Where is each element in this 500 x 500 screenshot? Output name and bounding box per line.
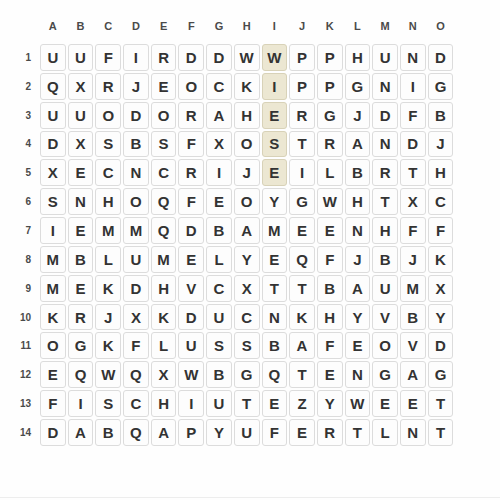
cell-K4[interactable]: R [317, 131, 343, 158]
cell-D8[interactable]: U [123, 246, 149, 273]
cell-G8[interactable]: L [206, 246, 232, 273]
cell-D1[interactable]: I [123, 44, 149, 71]
column-header-A: A [39, 14, 67, 38]
cell-D11[interactable]: F [123, 332, 149, 359]
row-label-7: 7 [10, 216, 36, 245]
cell-H2[interactable]: K [234, 73, 260, 100]
cell-I2[interactable]: I [262, 73, 288, 100]
cell-E11[interactable]: L [151, 332, 177, 359]
cell-L4[interactable]: A [345, 131, 371, 158]
cell-M3[interactable]: D [372, 102, 398, 129]
cell-K13[interactable]: Y [317, 390, 343, 417]
cell-L7[interactable]: N [345, 217, 371, 244]
cell-C14[interactable]: B [95, 419, 121, 446]
row-label-2: 2 [10, 72, 36, 101]
cell-A11[interactable]: O [40, 332, 66, 359]
cell-L8[interactable]: J [345, 246, 371, 273]
cell-D2[interactable]: J [123, 73, 149, 100]
cell-F13[interactable]: I [178, 390, 204, 417]
cell-O7[interactable]: F [428, 217, 454, 244]
cell-C11[interactable]: K [95, 332, 121, 359]
cell-M13[interactable]: E [372, 390, 398, 417]
cell-O13[interactable]: T [428, 390, 454, 417]
cell-F12[interactable]: W [178, 361, 204, 388]
column-header-D: D [122, 14, 150, 38]
cell-A13[interactable]: F [40, 390, 66, 417]
cell-H7[interactable]: A [234, 217, 260, 244]
cell-O10[interactable]: Y [428, 304, 454, 331]
column-header-F: F [177, 14, 205, 38]
cell-N14[interactable]: N [400, 419, 426, 446]
cell-F3[interactable]: R [178, 102, 204, 129]
cell-C6[interactable]: H [95, 188, 121, 215]
cell-F8[interactable]: E [178, 246, 204, 273]
cell-L13[interactable]: W [345, 390, 371, 417]
cell-B4[interactable]: X [68, 131, 94, 158]
cell-G11[interactable]: S [206, 332, 232, 359]
cell-M2[interactable]: N [372, 73, 398, 100]
cell-O14[interactable]: T [428, 419, 454, 446]
cell-M4[interactable]: N [372, 131, 398, 158]
cell-O5[interactable]: H [428, 159, 454, 186]
row-label-11: 11 [10, 331, 36, 360]
cell-O3[interactable]: B [428, 102, 454, 129]
cell-E3[interactable]: O [151, 102, 177, 129]
cell-K2[interactable]: P [317, 73, 343, 100]
cell-K14[interactable]: R [317, 419, 343, 446]
cell-A14[interactable]: D [40, 419, 66, 446]
cell-I11[interactable]: B [262, 332, 288, 359]
cell-H14[interactable]: U [234, 419, 260, 446]
cell-G3[interactable]: A [206, 102, 232, 129]
cell-N11[interactable]: V [400, 332, 426, 359]
cell-H6[interactable]: O [234, 188, 260, 215]
cell-I3[interactable]: E [262, 102, 288, 129]
cell-H10[interactable]: C [234, 304, 260, 331]
column-header-C: C [94, 14, 122, 38]
cell-J10[interactable]: K [289, 304, 315, 331]
cell-L14[interactable]: T [345, 419, 371, 446]
cell-B6[interactable]: N [68, 188, 94, 215]
cell-A12[interactable]: E [40, 361, 66, 388]
cell-D9[interactable]: D [123, 275, 149, 302]
cell-A1[interactable]: U [40, 44, 66, 71]
cell-F6[interactable]: F [178, 188, 204, 215]
cell-B3[interactable]: U [68, 102, 94, 129]
cell-O6[interactable]: C [428, 188, 454, 215]
cell-F10[interactable]: D [178, 304, 204, 331]
cell-M7[interactable]: H [372, 217, 398, 244]
cell-B1[interactable]: U [68, 44, 94, 71]
cell-E8[interactable]: M [151, 246, 177, 273]
cell-L12[interactable]: N [345, 361, 371, 388]
cell-L6[interactable]: H [345, 188, 371, 215]
cell-I12[interactable]: Q [262, 361, 288, 388]
cell-C2[interactable]: R [95, 73, 121, 100]
cell-B9[interactable]: E [68, 275, 94, 302]
row-labels: 1234567891011121314 [10, 43, 36, 447]
cell-G1[interactable]: D [206, 44, 232, 71]
cell-O1[interactable]: D [428, 44, 454, 71]
cell-H13[interactable]: T [234, 390, 260, 417]
cell-K5[interactable]: L [317, 159, 343, 186]
cell-I14[interactable]: F [262, 419, 288, 446]
cell-F4[interactable]: F [178, 131, 204, 158]
cell-A9[interactable]: M [40, 275, 66, 302]
cell-F2[interactable]: O [178, 73, 204, 100]
row-label-10: 10 [10, 303, 36, 332]
cell-E14[interactable]: A [151, 419, 177, 446]
cell-J2[interactable]: P [289, 73, 315, 100]
cell-O12[interactable]: G [428, 361, 454, 388]
cell-M14[interactable]: L [372, 419, 398, 446]
row-label-13: 13 [10, 389, 36, 418]
cell-I6[interactable]: Y [262, 188, 288, 215]
cell-B10[interactable]: R [68, 304, 94, 331]
row-label-12: 12 [10, 360, 36, 389]
column-headers: ABCDEFGHIJKLMNO [39, 14, 454, 38]
cell-A7[interactable]: I [40, 217, 66, 244]
cell-A10[interactable]: K [40, 304, 66, 331]
word-search-board: ABCDEFGHIJKLMNO 1234567891011121314 UUFI… [0, 0, 500, 500]
cell-E7[interactable]: Q [151, 217, 177, 244]
cell-J4[interactable]: T [289, 131, 315, 158]
cell-D7[interactable]: M [123, 217, 149, 244]
cell-H9[interactable]: X [234, 275, 260, 302]
cell-M5[interactable]: R [372, 159, 398, 186]
cell-H12[interactable]: G [234, 361, 260, 388]
cell-D6[interactable]: O [123, 188, 149, 215]
cell-J9[interactable]: T [289, 275, 315, 302]
cell-K10[interactable]: H [317, 304, 343, 331]
cell-J12[interactable]: T [289, 361, 315, 388]
cell-I4[interactable]: S [262, 131, 288, 158]
cell-N7[interactable]: F [400, 217, 426, 244]
cell-J5[interactable]: I [289, 159, 315, 186]
cell-J3[interactable]: R [289, 102, 315, 129]
cell-I1[interactable]: W [262, 44, 288, 71]
column-header-B: B [67, 14, 95, 38]
cell-L10[interactable]: Y [345, 304, 371, 331]
cell-E13[interactable]: H [151, 390, 177, 417]
cell-A5[interactable]: X [40, 159, 66, 186]
cell-O11[interactable]: D [428, 332, 454, 359]
cell-D14[interactable]: Q [123, 419, 149, 446]
cell-B14[interactable]: A [68, 419, 94, 446]
cell-F11[interactable]: U [178, 332, 204, 359]
cell-M8[interactable]: B [372, 246, 398, 273]
cell-C7[interactable]: M [95, 217, 121, 244]
cell-L5[interactable]: B [345, 159, 371, 186]
cell-O4[interactable]: J [428, 131, 454, 158]
cell-J11[interactable]: A [289, 332, 315, 359]
cell-D13[interactable]: C [123, 390, 149, 417]
cell-M6[interactable]: T [372, 188, 398, 215]
cell-J1[interactable]: P [289, 44, 315, 71]
cell-A8[interactable]: M [40, 246, 66, 273]
cell-N2[interactable]: I [400, 73, 426, 100]
column-header-I: I [261, 14, 289, 38]
cell-C9[interactable]: K [95, 275, 121, 302]
column-header-K: K [316, 14, 344, 38]
cell-E5[interactable]: C [151, 159, 177, 186]
cell-J13[interactable]: Z [289, 390, 315, 417]
cell-E9[interactable]: H [151, 275, 177, 302]
cell-G4[interactable]: X [206, 131, 232, 158]
cell-B13[interactable]: I [68, 390, 94, 417]
cell-I8[interactable]: E [262, 246, 288, 273]
cell-N13[interactable]: E [400, 390, 426, 417]
cell-L9[interactable]: A [345, 275, 371, 302]
cell-O2[interactable]: G [428, 73, 454, 100]
cell-E1[interactable]: R [151, 44, 177, 71]
cell-G5[interactable]: I [206, 159, 232, 186]
cell-L2[interactable]: G [345, 73, 371, 100]
cell-J14[interactable]: E [289, 419, 315, 446]
cell-B12[interactable]: Q [68, 361, 94, 388]
cell-J6[interactable]: G [289, 188, 315, 215]
cell-G2[interactable]: C [206, 73, 232, 100]
cell-F9[interactable]: V [178, 275, 204, 302]
cell-D4[interactable]: B [123, 131, 149, 158]
cell-M10[interactable]: V [372, 304, 398, 331]
row-label-14: 14 [10, 418, 36, 447]
cell-N3[interactable]: F [400, 102, 426, 129]
cell-B11[interactable]: G [68, 332, 94, 359]
cell-H4[interactable]: O [234, 131, 260, 158]
column-header-L: L [344, 14, 372, 38]
cell-N5[interactable]: T [400, 159, 426, 186]
cell-B5[interactable]: E [68, 159, 94, 186]
column-header-G: G [205, 14, 233, 38]
cell-A3[interactable]: U [40, 102, 66, 129]
row-label-9: 9 [10, 274, 36, 303]
row-label-8: 8 [10, 245, 36, 274]
row-label-3: 3 [10, 101, 36, 130]
cell-F7[interactable]: D [178, 217, 204, 244]
cell-N8[interactable]: J [400, 246, 426, 273]
column-header-E: E [150, 14, 178, 38]
row-label-4: 4 [10, 130, 36, 159]
cell-K7[interactable]: E [317, 217, 343, 244]
cell-H3[interactable]: H [234, 102, 260, 129]
cell-J8[interactable]: Q [289, 246, 315, 273]
cell-C3[interactable]: O [95, 102, 121, 129]
cell-N6[interactable]: X [400, 188, 426, 215]
column-header-J: J [288, 14, 316, 38]
row-label-5: 5 [10, 158, 36, 187]
column-header-N: N [399, 14, 427, 38]
cell-I10[interactable]: N [262, 304, 288, 331]
cell-O9[interactable]: X [428, 275, 454, 302]
cell-E10[interactable]: K [151, 304, 177, 331]
cell-D10[interactable]: X [123, 304, 149, 331]
column-header-M: M [371, 14, 399, 38]
cell-G10[interactable]: U [206, 304, 232, 331]
row-label-1: 1 [10, 43, 36, 72]
cell-C13[interactable]: S [95, 390, 121, 417]
cell-D3[interactable]: D [123, 102, 149, 129]
cell-K12[interactable]: E [317, 361, 343, 388]
cell-I13[interactable]: E [262, 390, 288, 417]
cell-D5[interactable]: N [123, 159, 149, 186]
cell-L11[interactable]: E [345, 332, 371, 359]
cell-C1[interactable]: F [95, 44, 121, 71]
cell-C4[interactable]: S [95, 131, 121, 158]
cell-G6[interactable]: E [206, 188, 232, 215]
cell-F14[interactable]: P [178, 419, 204, 446]
cell-F5[interactable]: R [178, 159, 204, 186]
cell-E6[interactable]: Q [151, 188, 177, 215]
cell-E4[interactable]: S [151, 131, 177, 158]
cell-O8[interactable]: K [428, 246, 454, 273]
cell-K8[interactable]: F [317, 246, 343, 273]
cell-F1[interactable]: D [178, 44, 204, 71]
cell-E12[interactable]: X [151, 361, 177, 388]
cell-K11[interactable]: F [317, 332, 343, 359]
cell-I7[interactable]: M [262, 217, 288, 244]
cell-M11[interactable]: O [372, 332, 398, 359]
letter-grid: UUFIRDDWWPPHUNDQXRJEOCKIPPGNIGUUODORAHER… [39, 43, 454, 447]
cell-G7[interactable]: B [206, 217, 232, 244]
cell-E2[interactable]: E [151, 73, 177, 100]
cell-N1[interactable]: N [400, 44, 426, 71]
cell-L1[interactable]: H [345, 44, 371, 71]
cell-I9[interactable]: T [262, 275, 288, 302]
cell-A2[interactable]: Q [40, 73, 66, 100]
cell-M9[interactable]: U [372, 275, 398, 302]
cell-G14[interactable]: Y [206, 419, 232, 446]
row-label-6: 6 [10, 187, 36, 216]
cell-M1[interactable]: U [372, 44, 398, 71]
cell-K6[interactable]: W [317, 188, 343, 215]
cell-L3[interactable]: J [345, 102, 371, 129]
cell-K1[interactable]: P [317, 44, 343, 71]
column-header-O: O [427, 14, 455, 38]
cell-N12[interactable]: A [400, 361, 426, 388]
cell-C10[interactable]: J [95, 304, 121, 331]
cell-K3[interactable]: G [317, 102, 343, 129]
cell-G13[interactable]: U [206, 390, 232, 417]
cell-C5[interactable]: C [95, 159, 121, 186]
cell-G9[interactable]: C [206, 275, 232, 302]
cell-A6[interactable]: S [40, 188, 66, 215]
cell-K9[interactable]: B [317, 275, 343, 302]
column-header-H: H [233, 14, 261, 38]
cell-H1[interactable]: W [234, 44, 260, 71]
cell-H8[interactable]: Y [234, 246, 260, 273]
cell-I5[interactable]: E [262, 159, 288, 186]
cell-J7[interactable]: E [289, 217, 315, 244]
cell-B8[interactable]: B [68, 246, 94, 273]
cell-M12[interactable]: G [372, 361, 398, 388]
cell-D12[interactable]: Q [123, 361, 149, 388]
cell-C12[interactable]: W [95, 361, 121, 388]
cell-H5[interactable]: J [234, 159, 260, 186]
cell-H11[interactable]: S [234, 332, 260, 359]
cell-N4[interactable]: D [400, 131, 426, 158]
cell-N10[interactable]: B [400, 304, 426, 331]
cell-A4[interactable]: D [40, 131, 66, 158]
cell-C8[interactable]: L [95, 246, 121, 273]
cell-B2[interactable]: X [68, 73, 94, 100]
cell-G12[interactable]: B [206, 361, 232, 388]
cell-N9[interactable]: M [400, 275, 426, 302]
cell-B7[interactable]: E [68, 217, 94, 244]
bottom-divider [0, 497, 500, 498]
